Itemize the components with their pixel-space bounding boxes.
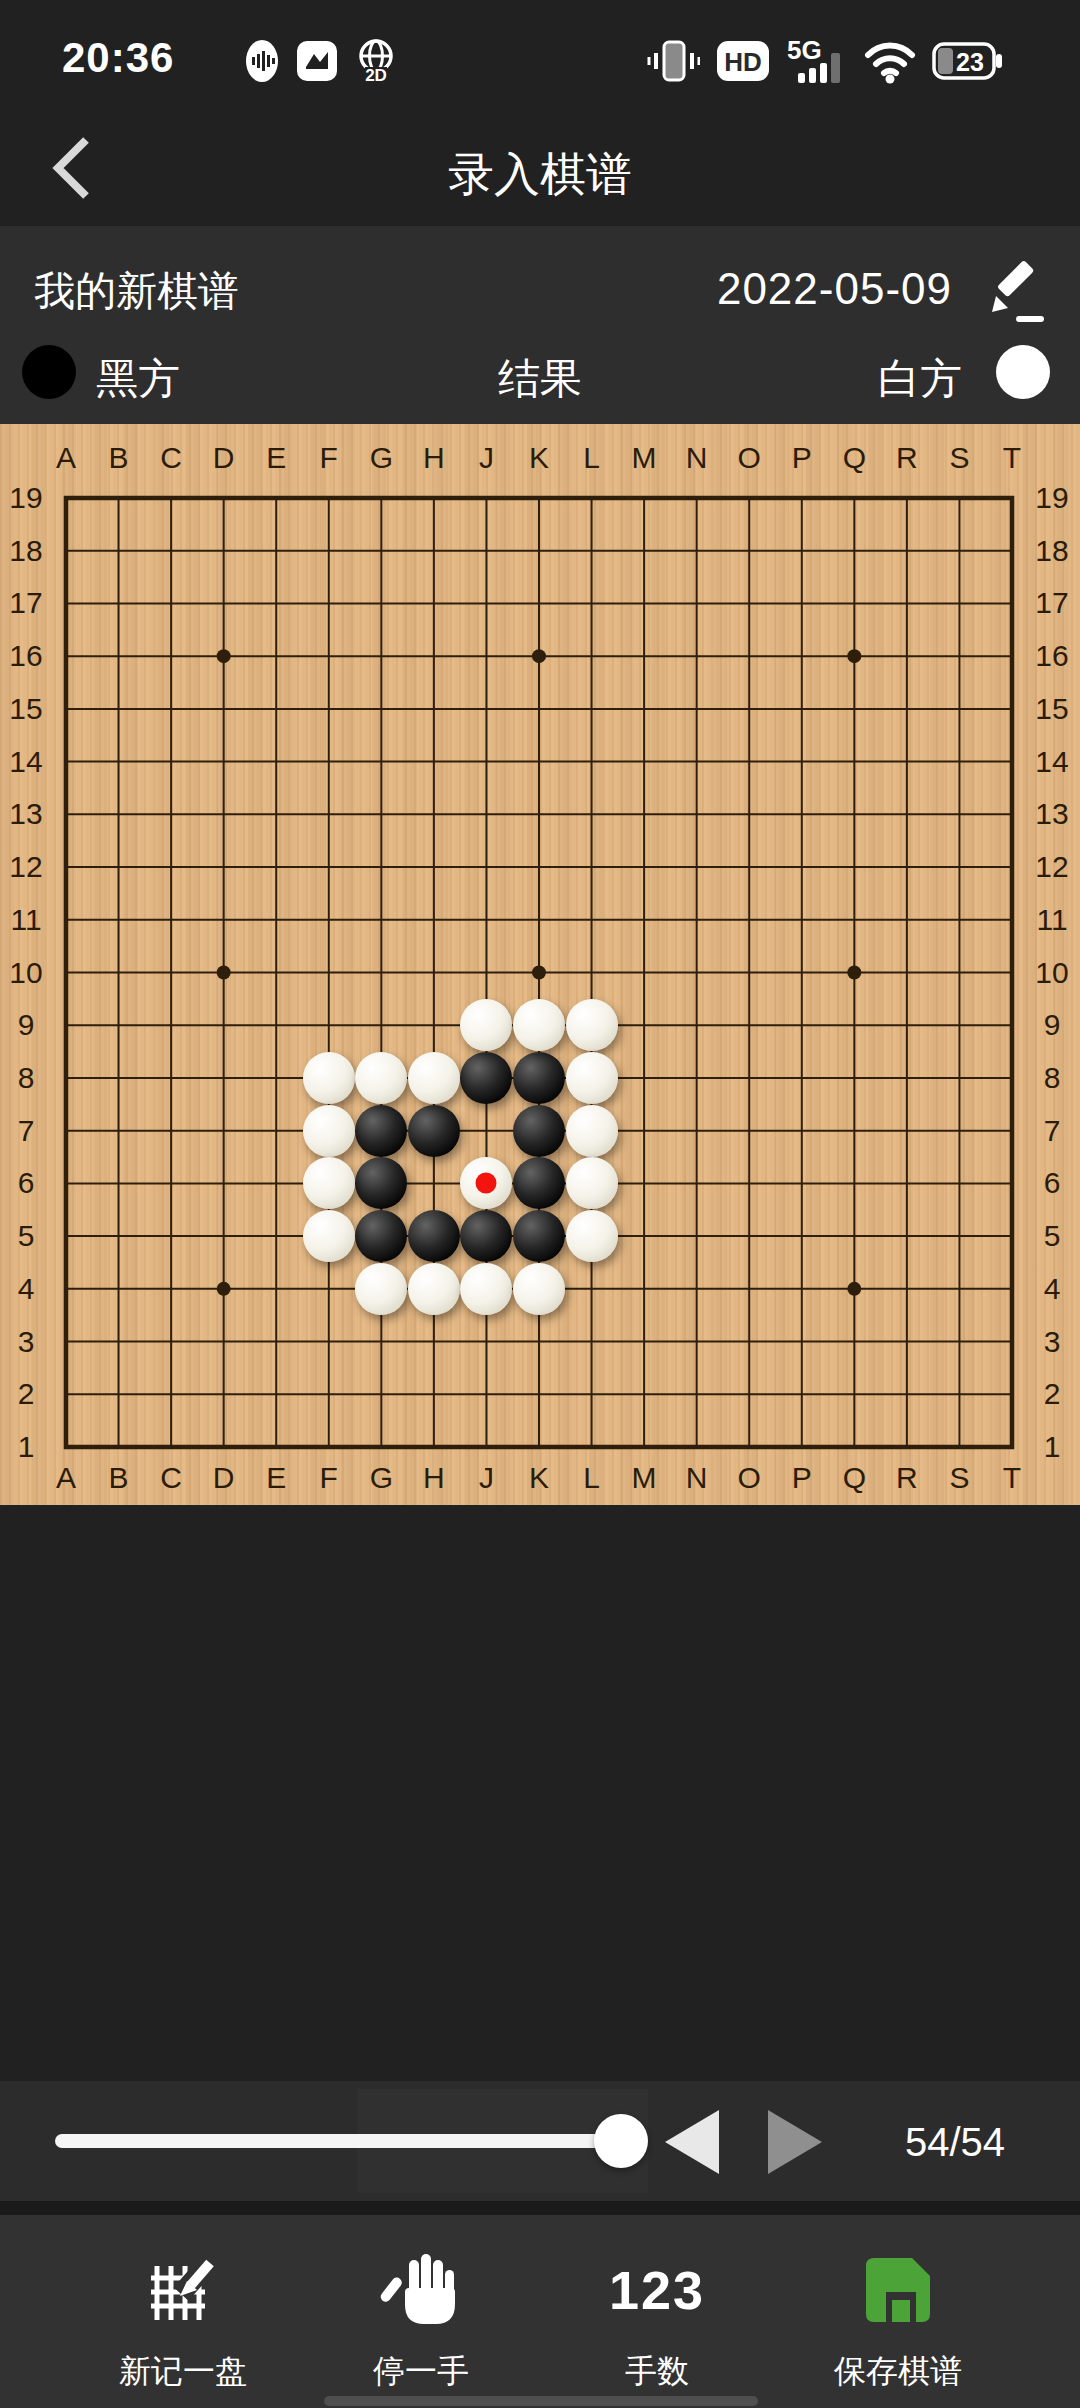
coord-label-row-left: 3 [18,1325,35,1359]
save-icon [856,2248,940,2332]
move-numbers-label[interactable]: 手数 [557,2350,757,2394]
coord-label-row-left: 13 [9,797,42,831]
move-counter: 54/54 [880,2120,1030,2165]
coord-label-row-left: 8 [18,1061,35,1095]
status-time: 20:36 [62,34,174,82]
move-slider-thumb[interactable] [594,2114,648,2168]
coord-label-col-top: G [370,441,393,475]
coord-label-col-top: O [738,441,761,475]
next-move-button[interactable] [764,2109,826,2175]
coord-label-col-top: F [320,441,338,475]
coord-label-row-left: 5 [18,1219,35,1253]
coord-label-col-bottom: O [738,1461,761,1495]
svg-text:23: 23 [956,48,984,76]
stone-black-K6[interactable] [513,1157,565,1209]
stone-white-F8[interactable] [303,1052,355,1104]
coord-label-row-right: 15 [1035,692,1068,726]
signal-5g-icon: 5G [786,37,848,85]
stone-black-G7[interactable] [355,1105,407,1157]
coord-label-row-left: 12 [9,850,42,884]
coord-label-col-bottom: G [370,1461,393,1495]
svg-text:HD: HD [724,47,762,77]
stone-black-G5[interactable] [355,1210,407,1262]
coord-label-row-right: 2 [1044,1377,1061,1411]
coord-label-row-right: 18 [1035,534,1068,568]
coord-label-row-left: 10 [9,956,42,990]
coord-label-row-right: 17 [1035,586,1068,620]
coord-label-row-left: 2 [18,1377,35,1411]
stone-white-F5[interactable] [303,1210,355,1262]
voice-assistant-icon [244,37,280,85]
coord-label-row-right: 5 [1044,1219,1061,1253]
coord-label-col-bottom: E [266,1461,286,1495]
coord-label-col-top: C [160,441,182,475]
pass-button[interactable] [321,2248,521,2332]
stone-black-H5[interactable] [408,1210,460,1262]
stone-white-G8[interactable] [355,1052,407,1104]
game-name[interactable]: 我的新棋谱 [34,264,239,319]
coord-label-row-right: 19 [1035,481,1068,515]
board-grid [0,424,1080,1505]
app-flag-icon [296,40,338,82]
save-label[interactable]: 保存棋谱 [798,2350,998,2394]
save-button[interactable] [798,2248,998,2332]
coord-label-row-right: 8 [1044,1061,1061,1095]
coord-label-col-top: S [949,441,969,475]
svg-text:2D: 2D [365,66,387,85]
coord-label-col-top: L [583,441,600,475]
coord-label-col-top: K [529,441,549,475]
stone-white-L6[interactable] [566,1157,618,1209]
last-move-marker [476,1173,497,1194]
coord-label-row-left: 16 [9,639,42,673]
stone-white-L5[interactable] [566,1210,618,1262]
white-player-label[interactable]: 白方 [878,351,962,407]
coord-label-row-right: 3 [1044,1325,1061,1359]
coord-label-row-right: 11 [1036,903,1067,937]
coord-label-row-right: 10 [1035,956,1068,990]
coord-label-row-right: 1 [1044,1430,1061,1464]
coord-label-row-left: 15 [9,692,42,726]
coord-label-col-top: R [896,441,918,475]
stone-white-F7[interactable] [303,1105,355,1157]
coord-label-col-bottom: D [213,1461,235,1495]
stone-black-G6[interactable] [355,1157,407,1209]
wifi-icon [864,38,916,84]
coord-label-col-top: T [1003,441,1021,475]
coord-label-col-bottom: P [792,1461,812,1495]
status-icons-right: HD 5G 23 [646,36,1004,86]
coord-label-col-top: M [632,441,657,475]
coord-label-row-right: 9 [1044,1008,1061,1042]
pass-label[interactable]: 停一手 [321,2350,521,2394]
coord-label-row-left: 4 [18,1272,35,1306]
coord-label-col-top: E [266,441,286,475]
coord-label-row-right: 7 [1044,1114,1061,1148]
coord-label-row-right: 13 [1035,797,1068,831]
game-date[interactable]: 2022-05-09 [717,264,952,314]
coord-label-col-bottom: F [320,1461,338,1495]
coord-label-col-bottom: Q [843,1461,866,1495]
coord-label-col-top: B [109,441,129,475]
screen: 20:36 2D [0,0,1080,2408]
stone-white-L7[interactable] [566,1105,618,1157]
coord-label-row-left: 14 [9,745,42,779]
stone-white-L8[interactable] [566,1052,618,1104]
stone-white-G4[interactable] [355,1263,407,1315]
stone-white-K4[interactable] [513,1263,565,1315]
white-player-stone-icon [996,345,1050,399]
page-title: 录入棋谱 [0,144,1080,206]
move-slider-track[interactable] [55,2134,647,2148]
coord-label-row-left: 11 [10,903,41,937]
stone-white-J4[interactable] [460,1263,512,1315]
previous-move-button[interactable] [661,2109,723,2175]
coord-label-col-top: H [423,441,445,475]
coord-label-col-bottom: K [529,1461,549,1495]
coord-label-row-left: 19 [9,481,42,515]
coord-label-row-right: 4 [1044,1272,1061,1306]
stone-black-K8[interactable] [513,1052,565,1104]
coord-label-col-top: P [792,441,812,475]
coord-label-col-top: Q [843,441,866,475]
coord-label-col-bottom: R [896,1461,918,1495]
gesture-bar[interactable] [324,2396,758,2406]
new-game-button[interactable] [83,2248,283,2332]
battery-icon: 23 [932,38,1004,84]
coord-label-col-bottom: L [583,1461,600,1495]
stone-black-J5[interactable] [460,1210,512,1262]
status-icons-left: 2D [244,36,398,86]
stone-black-H7[interactable] [408,1105,460,1157]
coord-label-row-left: 18 [9,534,42,568]
svg-text:5G: 5G [787,37,822,65]
coord-label-col-bottom: H [423,1461,445,1495]
coord-label-col-bottom: J [479,1461,494,1495]
coord-label-row-right: 6 [1044,1166,1061,1200]
coord-label-col-bottom: M [632,1461,657,1495]
123-icon: 123 [557,2248,757,2332]
vibrate-icon [646,37,700,85]
coord-label-col-bottom: A [56,1461,76,1495]
go-board[interactable]: AABBCCDDEEFFGGHHJJKKLLMMNNOOPPQQRRSSTT19… [0,424,1080,1505]
stone-white-J6[interactable] [460,1157,512,1209]
new-game-label[interactable]: 新记一盘 [83,2350,283,2394]
coord-label-row-left: 17 [9,586,42,620]
coord-label-col-bottom: N [686,1461,708,1495]
stone-black-K7[interactable] [513,1105,565,1157]
coord-label-col-top: A [56,441,76,475]
move-numbers-button[interactable]: 123 [557,2248,757,2332]
stone-black-J8[interactable] [460,1052,512,1104]
hd-badge-icon: HD [716,39,770,83]
stone-white-H8[interactable] [408,1052,460,1104]
stone-black-K5[interactable] [513,1210,565,1262]
globe-2d-icon: 2D [354,36,398,86]
coord-label-col-top: J [479,441,494,475]
edit-button[interactable] [986,258,1050,324]
coord-label-row-left: 9 [18,1008,35,1042]
coord-label-col-bottom: C [160,1461,182,1495]
stone-white-F6[interactable] [303,1157,355,1209]
coord-label-row-right: 12 [1035,850,1068,884]
stone-white-L9[interactable] [566,999,618,1051]
coord-label-col-bottom: B [109,1461,129,1495]
divider [0,2201,1080,2215]
stone-white-K9[interactable] [513,999,565,1051]
hand-icon [379,2248,463,2332]
coord-label-row-left: 6 [18,1166,35,1200]
coord-label-row-right: 16 [1035,639,1068,673]
coord-label-col-top: D [213,441,235,475]
coord-label-col-bottom: S [949,1461,969,1495]
coord-label-row-right: 14 [1035,745,1068,779]
coord-label-col-bottom: T [1003,1461,1021,1495]
board-pencil-icon [141,2248,225,2332]
stone-white-H4[interactable] [408,1263,460,1315]
coord-label-col-top: N [686,441,708,475]
coord-label-row-left: 1 [18,1430,35,1464]
coord-label-row-left: 7 [18,1114,35,1148]
stone-white-J9[interactable] [460,999,512,1051]
